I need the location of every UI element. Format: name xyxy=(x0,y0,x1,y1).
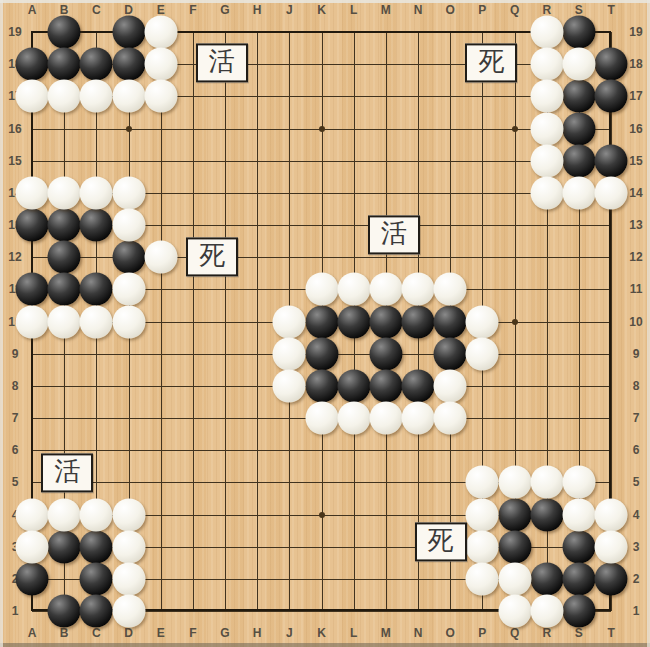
coord-number-right: 3 xyxy=(633,540,640,554)
label-text: 活 xyxy=(209,46,235,76)
black-stone xyxy=(112,48,145,81)
black-stone xyxy=(16,273,49,306)
white-stone xyxy=(530,595,563,628)
coord-number-right: 14 xyxy=(629,186,642,200)
black-stone xyxy=(498,498,531,531)
black-stone xyxy=(337,305,370,338)
white-stone xyxy=(112,562,145,595)
white-stone xyxy=(305,273,338,306)
black-stone xyxy=(305,337,338,370)
black-stone xyxy=(337,369,370,402)
go-board[interactable]: AABBCCDDEEFFGGHHJJKKLLMMNNOOPPQQRRSSTT19… xyxy=(0,0,650,647)
coord-number-right: 12 xyxy=(629,250,642,264)
white-stone xyxy=(434,369,467,402)
white-stone xyxy=(80,305,113,338)
black-stone xyxy=(48,530,81,563)
label-dead: 死 xyxy=(465,43,517,82)
coord-number-right: 10 xyxy=(629,315,642,329)
white-stone xyxy=(16,176,49,209)
black-stone xyxy=(402,305,435,338)
white-stone xyxy=(498,466,531,499)
black-stone xyxy=(402,369,435,402)
white-stone xyxy=(144,80,177,113)
coord-letter-top: L xyxy=(350,3,357,17)
black-stone xyxy=(16,209,49,242)
coord-number-right: 1 xyxy=(633,604,640,618)
black-stone xyxy=(562,80,595,113)
white-stone xyxy=(498,595,531,628)
coord-letter-top: O xyxy=(446,3,455,17)
coord-letter-top: P xyxy=(478,3,486,17)
label-text: 死 xyxy=(478,46,504,76)
coord-letter-top: G xyxy=(220,3,229,17)
black-stone xyxy=(112,16,145,49)
coord-number-left: 8 xyxy=(12,379,19,393)
black-stone xyxy=(80,48,113,81)
black-stone xyxy=(595,48,628,81)
black-stone xyxy=(48,241,81,274)
coord-number-right: 11 xyxy=(630,282,643,296)
coord-letter-bottom: Q xyxy=(510,626,519,640)
coord-number-left: 19 xyxy=(8,25,21,39)
white-stone xyxy=(434,273,467,306)
coord-letter-top: H xyxy=(253,3,262,17)
white-stone xyxy=(466,305,499,338)
coord-letter-top: T xyxy=(607,3,614,17)
black-stone xyxy=(305,369,338,402)
black-stone xyxy=(48,16,81,49)
coord-number-left: 9 xyxy=(12,347,19,361)
coord-number-left: 5 xyxy=(12,475,19,489)
black-stone xyxy=(48,48,81,81)
white-stone xyxy=(80,80,113,113)
white-stone xyxy=(16,305,49,338)
white-stone xyxy=(595,176,628,209)
black-stone xyxy=(434,337,467,370)
white-stone xyxy=(530,144,563,177)
label-alive: 活 xyxy=(368,215,420,254)
black-stone xyxy=(112,241,145,274)
black-stone xyxy=(80,273,113,306)
white-stone xyxy=(530,80,563,113)
star-point xyxy=(512,126,518,132)
coord-letter-bottom: P xyxy=(478,626,486,640)
white-stone xyxy=(80,176,113,209)
white-stone xyxy=(369,402,402,435)
white-stone xyxy=(498,562,531,595)
black-stone xyxy=(562,144,595,177)
white-stone xyxy=(595,530,628,563)
white-stone xyxy=(144,16,177,49)
white-stone xyxy=(466,530,499,563)
white-stone xyxy=(530,112,563,145)
white-stone xyxy=(337,273,370,306)
white-stone xyxy=(434,402,467,435)
coord-number-right: 7 xyxy=(633,411,640,425)
black-stone xyxy=(305,305,338,338)
white-stone xyxy=(112,530,145,563)
star-point xyxy=(512,319,518,325)
white-stone xyxy=(273,369,306,402)
coord-number-right: 9 xyxy=(633,347,640,361)
coord-letter-bottom: A xyxy=(28,626,37,640)
coord-letter-bottom: O xyxy=(446,626,455,640)
black-stone xyxy=(595,80,628,113)
black-stone xyxy=(80,209,113,242)
coord-letter-bottom: L xyxy=(350,626,357,640)
white-stone xyxy=(562,176,595,209)
black-stone xyxy=(16,562,49,595)
white-stone xyxy=(466,498,499,531)
black-stone xyxy=(562,562,595,595)
black-stone xyxy=(434,305,467,338)
coord-letter-bottom: G xyxy=(220,626,229,640)
white-stone xyxy=(112,80,145,113)
coord-number-right: 18 xyxy=(629,57,642,71)
white-stone xyxy=(562,48,595,81)
label-text: 活 xyxy=(54,456,80,486)
coord-letter-bottom: S xyxy=(575,626,583,640)
coord-number-right: 17 xyxy=(629,89,642,103)
star-point xyxy=(319,512,325,518)
coord-letter-bottom: C xyxy=(92,626,101,640)
black-stone xyxy=(369,305,402,338)
coord-letter-top: C xyxy=(92,3,101,17)
white-stone xyxy=(16,498,49,531)
label-alive: 活 xyxy=(41,453,93,492)
black-stone xyxy=(562,530,595,563)
black-stone xyxy=(80,530,113,563)
white-stone xyxy=(402,273,435,306)
black-stone xyxy=(48,595,81,628)
white-stone xyxy=(112,176,145,209)
white-stone xyxy=(369,273,402,306)
white-stone xyxy=(337,402,370,435)
white-stone xyxy=(530,176,563,209)
white-stone xyxy=(80,498,113,531)
coord-number-right: 15 xyxy=(629,154,642,168)
white-stone xyxy=(48,498,81,531)
white-stone xyxy=(48,80,81,113)
label-text: 死 xyxy=(428,525,454,555)
coord-number-right: 2 xyxy=(633,572,640,586)
white-stone xyxy=(562,466,595,499)
white-stone xyxy=(273,337,306,370)
coord-number-left: 15 xyxy=(8,154,21,168)
coord-letter-top: M xyxy=(381,3,391,17)
black-stone xyxy=(48,273,81,306)
white-stone xyxy=(530,466,563,499)
coord-letter-top: N xyxy=(414,3,423,17)
black-stone xyxy=(562,112,595,145)
coord-number-right: 19 xyxy=(629,25,642,39)
coord-number-right: 5 xyxy=(633,475,640,489)
white-stone xyxy=(466,466,499,499)
white-stone xyxy=(48,176,81,209)
white-stone xyxy=(112,209,145,242)
star-point xyxy=(126,126,132,132)
coord-letter-bottom: N xyxy=(414,626,423,640)
coord-letter-bottom: R xyxy=(542,626,551,640)
black-stone xyxy=(595,562,628,595)
coord-letter-top: K xyxy=(317,3,326,17)
label-dead: 死 xyxy=(186,238,238,277)
white-stone xyxy=(144,241,177,274)
coord-number-left: 6 xyxy=(12,443,19,457)
black-stone xyxy=(369,369,402,402)
coord-number-right: 4 xyxy=(633,508,640,522)
white-stone xyxy=(112,498,145,531)
coord-letter-bottom: M xyxy=(381,626,391,640)
coord-number-left: 7 xyxy=(12,411,19,425)
coord-number-right: 16 xyxy=(629,122,642,136)
coord-number-right: 8 xyxy=(633,379,640,393)
black-stone xyxy=(16,48,49,81)
coord-letter-bottom: E xyxy=(157,626,165,640)
white-stone xyxy=(402,402,435,435)
label-text: 死 xyxy=(199,241,225,271)
white-stone xyxy=(144,48,177,81)
white-stone xyxy=(273,305,306,338)
white-stone xyxy=(530,16,563,49)
black-stone xyxy=(530,498,563,531)
black-stone xyxy=(80,595,113,628)
coord-letter-bottom: F xyxy=(189,626,196,640)
black-stone xyxy=(80,562,113,595)
black-stone xyxy=(530,562,563,595)
coord-letter-top: Q xyxy=(510,3,519,17)
coord-letter-bottom: B xyxy=(60,626,69,640)
white-stone xyxy=(16,530,49,563)
label-dead: 死 xyxy=(415,522,467,561)
label-text: 活 xyxy=(381,218,407,248)
white-stone xyxy=(530,48,563,81)
coord-number-left: 12 xyxy=(8,250,21,264)
white-stone xyxy=(595,498,628,531)
black-stone xyxy=(595,144,628,177)
coord-letter-top: J xyxy=(286,3,293,17)
coord-letter-bottom: H xyxy=(253,626,262,640)
coord-letter-bottom: J xyxy=(286,626,293,640)
star-point xyxy=(319,126,325,132)
white-stone xyxy=(112,273,145,306)
coord-number-right: 13 xyxy=(629,218,642,232)
coord-number-left: 1 xyxy=(12,604,19,618)
white-stone xyxy=(466,337,499,370)
coord-letter-top: A xyxy=(28,3,37,17)
coord-letter-bottom: K xyxy=(317,626,326,640)
white-stone xyxy=(562,498,595,531)
label-alive: 活 xyxy=(196,43,248,82)
white-stone xyxy=(112,305,145,338)
black-stone xyxy=(562,16,595,49)
coord-number-left: 16 xyxy=(8,122,21,136)
coord-letter-bottom: T xyxy=(607,626,614,640)
black-stone xyxy=(48,209,81,242)
coord-number-right: 6 xyxy=(633,443,640,457)
black-stone xyxy=(562,595,595,628)
white-stone xyxy=(16,80,49,113)
white-stone xyxy=(466,562,499,595)
coord-letter-top: F xyxy=(189,3,196,17)
white-stone xyxy=(112,595,145,628)
white-stone xyxy=(48,305,81,338)
black-stone xyxy=(498,530,531,563)
black-stone xyxy=(369,337,402,370)
white-stone xyxy=(305,402,338,435)
coord-letter-bottom: D xyxy=(124,626,133,640)
